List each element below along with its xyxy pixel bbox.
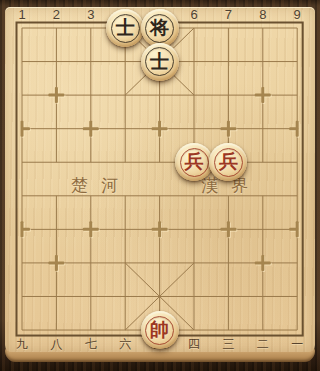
piece-character: 士 — [106, 9, 144, 47]
top-coordinate-8: 8 — [252, 8, 274, 22]
bottom-coordinate-9: 一 — [286, 337, 308, 351]
bottom-coordinate-6: 四 — [183, 337, 205, 351]
bottom-coordinate-1: 九 — [11, 337, 33, 351]
bottom-coordinate-4: 六 — [114, 337, 136, 351]
bottom-coordinate-8: 二 — [252, 337, 274, 351]
piece-red-soldier[interactable]: 兵 — [209, 143, 247, 181]
piece-character: 兵 — [209, 143, 247, 181]
top-coordinate-2: 2 — [45, 8, 67, 22]
piece-red-soldier[interactable]: 兵 — [175, 143, 213, 181]
bottom-coordinate-2: 八 — [45, 337, 67, 351]
top-coordinate-9: 9 — [286, 8, 308, 22]
piece-character: 将 — [141, 9, 179, 47]
top-coordinate-3: 3 — [80, 8, 102, 22]
piece-red-general[interactable]: 帥 — [141, 311, 179, 349]
piece-black-advisor[interactable]: 士 — [141, 43, 179, 81]
piece-black-advisor[interactable]: 士 — [106, 9, 144, 47]
bottom-coordinate-7: 三 — [217, 337, 239, 351]
piece-character: 兵 — [175, 143, 213, 181]
xiangqi-board: 123456789 九八七六五四三二一 楚河 漢界 士将士兵兵帥 — [0, 0, 320, 371]
bottom-coordinate-3: 七 — [80, 337, 102, 351]
top-coordinate-6: 6 — [183, 8, 205, 22]
top-coordinate-1: 1 — [11, 8, 33, 22]
piece-character: 帥 — [141, 311, 179, 349]
top-coordinate-7: 7 — [217, 8, 239, 22]
piece-character: 士 — [141, 42, 179, 80]
river-label-left: 楚河 — [71, 175, 131, 195]
